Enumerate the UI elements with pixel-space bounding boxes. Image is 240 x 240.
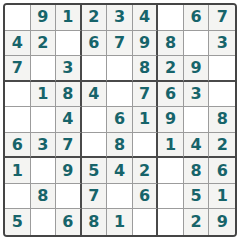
sudoku-cell-r2c8-empty[interactable] bbox=[184, 31, 210, 57]
sudoku-cell-r9c9-given: 9 bbox=[209, 209, 235, 235]
sudoku-cell-r1c4-given: 2 bbox=[82, 5, 108, 31]
sudoku-cell-r7c3-given: 9 bbox=[56, 158, 82, 184]
sudoku-cell-r2c7-given: 8 bbox=[158, 31, 184, 57]
sudoku-cell-r9c2-empty[interactable] bbox=[31, 209, 57, 235]
sudoku-cell-r4c3-given: 8 bbox=[56, 82, 82, 108]
sudoku-cell-r8c2-given: 8 bbox=[31, 184, 57, 210]
sudoku-cell-r5c1-empty[interactable] bbox=[5, 107, 31, 133]
sudoku-cell-r7c2-empty[interactable] bbox=[31, 158, 57, 184]
sudoku-cell-r7c9-given: 6 bbox=[209, 158, 235, 184]
sudoku-cell-r6c6-empty[interactable] bbox=[133, 133, 159, 159]
sudoku-cell-r1c5-given: 3 bbox=[107, 5, 133, 31]
sudoku-cell-r7c8-given: 8 bbox=[184, 158, 210, 184]
sudoku-cell-r5c6-given: 1 bbox=[133, 107, 159, 133]
sudoku-cell-r6c4-empty[interactable] bbox=[82, 133, 108, 159]
sudoku-cell-r3c2-empty[interactable] bbox=[31, 56, 57, 82]
sudoku-cell-r2c9-given: 3 bbox=[209, 31, 235, 57]
sudoku-cell-r5c9-given: 8 bbox=[209, 107, 235, 133]
sudoku-cell-r7c5-given: 4 bbox=[107, 158, 133, 184]
sudoku-cell-r2c2-given: 2 bbox=[31, 31, 57, 57]
sudoku-cell-r1c1-empty[interactable] bbox=[5, 5, 31, 31]
sudoku-cell-r3c7-given: 2 bbox=[158, 56, 184, 82]
sudoku-cell-r1c2-given: 9 bbox=[31, 5, 57, 31]
sudoku-cell-r2c3-empty[interactable] bbox=[56, 31, 82, 57]
sudoku-cell-r2c5-given: 7 bbox=[107, 31, 133, 57]
sudoku-cell-r7c6-given: 2 bbox=[133, 158, 159, 184]
sudoku-cell-r3c4-empty[interactable] bbox=[82, 56, 108, 82]
sudoku-cell-r4c6-given: 7 bbox=[133, 82, 159, 108]
sudoku-cell-r7c4-given: 5 bbox=[82, 158, 108, 184]
sudoku-cell-r1c9-given: 7 bbox=[209, 5, 235, 31]
sudoku-cell-r9c6-empty[interactable] bbox=[133, 209, 159, 235]
sudoku-cell-r6c5-given: 8 bbox=[107, 133, 133, 159]
sudoku-board: 9123467426798373829184763461986378142195… bbox=[3, 3, 237, 237]
sudoku-cell-r8c9-given: 1 bbox=[209, 184, 235, 210]
sudoku-cell-r8c7-empty[interactable] bbox=[158, 184, 184, 210]
sudoku-cell-r1c7-empty[interactable] bbox=[158, 5, 184, 31]
sudoku-cell-r3c8-given: 9 bbox=[184, 56, 210, 82]
sudoku-cell-r8c1-empty[interactable] bbox=[5, 184, 31, 210]
sudoku-cell-r1c8-given: 6 bbox=[184, 5, 210, 31]
sudoku-cell-r3c1-given: 7 bbox=[5, 56, 31, 82]
sudoku-cell-r3c9-empty[interactable] bbox=[209, 56, 235, 82]
sudoku-cell-r4c4-given: 4 bbox=[82, 82, 108, 108]
sudoku-cell-r9c4-given: 8 bbox=[82, 209, 108, 235]
sudoku-cell-r5c8-empty[interactable] bbox=[184, 107, 210, 133]
sudoku-cell-r3c5-empty[interactable] bbox=[107, 56, 133, 82]
sudoku-cell-r1c6-given: 4 bbox=[133, 5, 159, 31]
sudoku-cell-r9c5-given: 1 bbox=[107, 209, 133, 235]
sudoku-cell-r5c5-given: 6 bbox=[107, 107, 133, 133]
sudoku-cell-r3c3-given: 3 bbox=[56, 56, 82, 82]
sudoku-cell-r6c7-given: 1 bbox=[158, 133, 184, 159]
sudoku-cell-r4c2-given: 1 bbox=[31, 82, 57, 108]
sudoku-cell-r6c2-given: 3 bbox=[31, 133, 57, 159]
sudoku-cell-r9c8-given: 2 bbox=[184, 209, 210, 235]
sudoku-cell-r8c6-given: 6 bbox=[133, 184, 159, 210]
sudoku-cell-r6c8-given: 4 bbox=[184, 133, 210, 159]
sudoku-cell-r2c1-given: 4 bbox=[5, 31, 31, 57]
sudoku-cell-r7c1-given: 1 bbox=[5, 158, 31, 184]
sudoku-cell-r4c5-empty[interactable] bbox=[107, 82, 133, 108]
sudoku-cell-r9c1-given: 5 bbox=[5, 209, 31, 235]
sudoku-cell-r6c3-given: 7 bbox=[56, 133, 82, 159]
sudoku-cell-r5c7-given: 9 bbox=[158, 107, 184, 133]
sudoku-cell-r8c5-empty[interactable] bbox=[107, 184, 133, 210]
sudoku-cell-r8c8-given: 5 bbox=[184, 184, 210, 210]
sudoku-cell-r4c1-empty[interactable] bbox=[5, 82, 31, 108]
sudoku-cell-r7c7-empty[interactable] bbox=[158, 158, 184, 184]
sudoku-cell-r6c1-given: 6 bbox=[5, 133, 31, 159]
sudoku-cell-r5c4-empty[interactable] bbox=[82, 107, 108, 133]
sudoku-cell-r3c6-given: 8 bbox=[133, 56, 159, 82]
sudoku-cell-r8c4-given: 7 bbox=[82, 184, 108, 210]
sudoku-cell-r9c7-empty[interactable] bbox=[158, 209, 184, 235]
sudoku-cell-r9c3-given: 6 bbox=[56, 209, 82, 235]
sudoku-cell-r5c2-empty[interactable] bbox=[31, 107, 57, 133]
sudoku-cell-r4c7-given: 6 bbox=[158, 82, 184, 108]
sudoku-cell-r1c3-given: 1 bbox=[56, 5, 82, 31]
sudoku-cell-r2c6-given: 9 bbox=[133, 31, 159, 57]
sudoku-cell-r4c8-given: 3 bbox=[184, 82, 210, 108]
sudoku-cell-r4c9-empty[interactable] bbox=[209, 82, 235, 108]
sudoku-cell-r5c3-given: 4 bbox=[56, 107, 82, 133]
sudoku-cell-r6c9-given: 2 bbox=[209, 133, 235, 159]
sudoku-cell-r2c4-given: 6 bbox=[82, 31, 108, 57]
sudoku-cell-r8c3-empty[interactable] bbox=[56, 184, 82, 210]
